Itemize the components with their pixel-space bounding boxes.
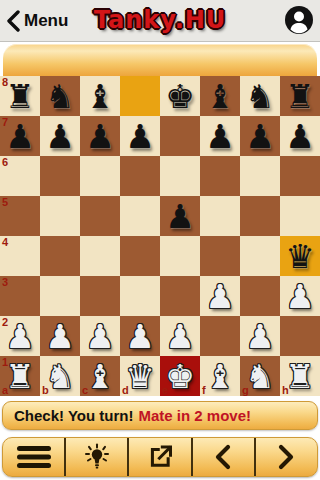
square-c6[interactable] <box>80 156 120 196</box>
rank-label-8: 8 <box>2 77 8 88</box>
square-g8[interactable]: ♞ <box>240 76 280 116</box>
status-bar: Check! You turn! Mate in 2 move! <box>2 401 318 430</box>
hint-button[interactable] <box>64 438 127 476</box>
next-move-button[interactable] <box>254 438 317 476</box>
square-e5[interactable]: ♟ <box>160 196 200 236</box>
square-d3[interactable] <box>120 276 160 316</box>
rank-label-1: 1 <box>2 357 8 368</box>
piece-wp-d2: ♟ <box>120 316 160 356</box>
square-g4[interactable] <box>240 236 280 276</box>
piece-wp-e2: ♟ <box>160 316 200 356</box>
square-h4[interactable]: ♛ <box>280 236 320 276</box>
square-f7[interactable]: ♟ <box>200 116 240 156</box>
board-panel-top <box>3 44 317 76</box>
square-f4[interactable] <box>200 236 240 276</box>
top-bar: Menu Tanky.HU <box>0 0 320 42</box>
rank-label-4: 4 <box>2 237 8 248</box>
square-f3[interactable]: ♟ <box>200 276 240 316</box>
square-f1[interactable]: f♝ <box>200 356 240 396</box>
square-a6[interactable]: 6 <box>0 156 40 196</box>
square-b4[interactable] <box>40 236 80 276</box>
piece-bk-e8: ♚ <box>160 76 200 116</box>
square-b8[interactable]: ♞ <box>40 76 80 116</box>
piece-bp-g7: ♟ <box>240 116 280 156</box>
piece-wp-f3: ♟ <box>200 276 240 316</box>
rank-label-6: 6 <box>2 157 8 168</box>
square-e7[interactable] <box>160 116 200 156</box>
square-a1[interactable]: 1a♜ <box>0 356 40 396</box>
square-h5[interactable] <box>280 196 320 236</box>
piece-bp-d7: ♟ <box>120 116 160 156</box>
square-b5[interactable] <box>40 196 80 236</box>
square-a2[interactable]: 2♟ <box>0 316 40 356</box>
piece-bb-f8: ♝ <box>200 76 240 116</box>
square-f5[interactable] <box>200 196 240 236</box>
prev-move-button[interactable] <box>191 438 254 476</box>
square-b6[interactable] <box>40 156 80 196</box>
file-label-g: g <box>242 385 249 396</box>
square-a5[interactable]: 5 <box>0 196 40 236</box>
square-h6[interactable] <box>280 156 320 196</box>
square-h2[interactable] <box>280 316 320 356</box>
chevron-left-icon <box>213 444 233 470</box>
square-e3[interactable] <box>160 276 200 316</box>
chess-board: 8♜♞♝♚♝♞♜7♟♟♟♟♟♟♟65♟4♛3♟♟2♟♟♟♟♟♟1a♜b♞c♝d♛… <box>0 76 320 396</box>
square-h8[interactable]: ♜ <box>280 76 320 116</box>
piece-wp-h3: ♟ <box>280 276 320 316</box>
chevron-right-icon <box>276 444 296 470</box>
piece-wp-b2: ♟ <box>40 316 80 356</box>
piece-bp-f7: ♟ <box>200 116 240 156</box>
file-label-a: a <box>2 385 8 396</box>
file-label-e: e <box>162 385 168 396</box>
square-b3[interactable] <box>40 276 80 316</box>
piece-bq-h4: ♛ <box>280 236 320 276</box>
file-label-b: b <box>42 385 49 396</box>
profile-icon[interactable] <box>284 5 314 35</box>
rank-label-2: 2 <box>2 317 8 328</box>
file-label-d: d <box>122 385 129 396</box>
lightbulb-icon <box>83 443 111 471</box>
rank-label-5: 5 <box>2 197 8 208</box>
piece-bb-c8: ♝ <box>80 76 120 116</box>
piece-bn-b8: ♞ <box>40 76 80 116</box>
square-e4[interactable] <box>160 236 200 276</box>
app-title: Tanky.HU <box>0 6 320 34</box>
share-icon <box>146 443 174 471</box>
piece-br-h8: ♜ <box>280 76 320 116</box>
piece-bp-e5: ♟ <box>160 196 200 236</box>
square-d2[interactable]: ♟ <box>120 316 160 356</box>
square-c5[interactable] <box>80 196 120 236</box>
file-label-f: f <box>202 385 206 396</box>
square-a4[interactable]: 4 <box>0 236 40 276</box>
square-h3[interactable]: ♟ <box>280 276 320 316</box>
square-g3[interactable] <box>240 276 280 316</box>
square-h7[interactable]: ♟ <box>280 116 320 156</box>
square-g6[interactable] <box>240 156 280 196</box>
status-mate-text: Mate in 2 move! <box>138 407 251 424</box>
file-label-h: h <box>282 385 289 396</box>
square-d5[interactable] <box>120 196 160 236</box>
square-c1[interactable]: c♝ <box>80 356 120 396</box>
bottom-toolbar <box>2 437 318 477</box>
square-e1[interactable]: e♚ <box>160 356 200 396</box>
square-b7[interactable]: ♟ <box>40 116 80 156</box>
square-b1[interactable]: b♞ <box>40 356 80 396</box>
square-a3[interactable]: 3 <box>0 276 40 316</box>
square-e8[interactable]: ♚ <box>160 76 200 116</box>
piece-wp-c2: ♟ <box>80 316 120 356</box>
square-e2[interactable]: ♟ <box>160 316 200 356</box>
square-g1[interactable]: g♞ <box>240 356 280 396</box>
square-c8[interactable]: ♝ <box>80 76 120 116</box>
share-button[interactable] <box>127 438 190 476</box>
piece-bn-g8: ♞ <box>240 76 280 116</box>
square-d1[interactable]: d♛ <box>120 356 160 396</box>
square-a8[interactable]: 8♜ <box>0 76 40 116</box>
rank-label-7: 7 <box>2 117 8 128</box>
square-d8[interactable] <box>120 76 160 116</box>
square-c3[interactable] <box>80 276 120 316</box>
square-c4[interactable] <box>80 236 120 276</box>
square-g5[interactable] <box>240 196 280 236</box>
square-h1[interactable]: h♜ <box>280 356 320 396</box>
square-c7[interactable]: ♟ <box>80 116 120 156</box>
square-f2[interactable] <box>200 316 240 356</box>
square-d6[interactable] <box>120 156 160 196</box>
rank-label-3: 3 <box>2 277 8 288</box>
square-c2[interactable]: ♟ <box>80 316 120 356</box>
square-d4[interactable] <box>120 236 160 276</box>
square-d7[interactable]: ♟ <box>120 116 160 156</box>
status-check-text: Check! You turn! <box>14 407 133 424</box>
piece-wp-g2: ♟ <box>240 316 280 356</box>
hamburger-icon <box>15 444 53 470</box>
file-label-c: c <box>82 385 88 396</box>
square-g2[interactable]: ♟ <box>240 316 280 356</box>
menu-button[interactable] <box>3 438 64 476</box>
piece-bp-h7: ♟ <box>280 116 320 156</box>
square-f8[interactable]: ♝ <box>200 76 240 116</box>
piece-bp-c7: ♟ <box>80 116 120 156</box>
piece-wb-f1: ♝ <box>200 356 240 396</box>
square-a7[interactable]: 7♟ <box>0 116 40 156</box>
square-b2[interactable]: ♟ <box>40 316 80 356</box>
square-f6[interactable] <box>200 156 240 196</box>
square-g7[interactable]: ♟ <box>240 116 280 156</box>
piece-bp-b7: ♟ <box>40 116 80 156</box>
square-e6[interactable] <box>160 156 200 196</box>
